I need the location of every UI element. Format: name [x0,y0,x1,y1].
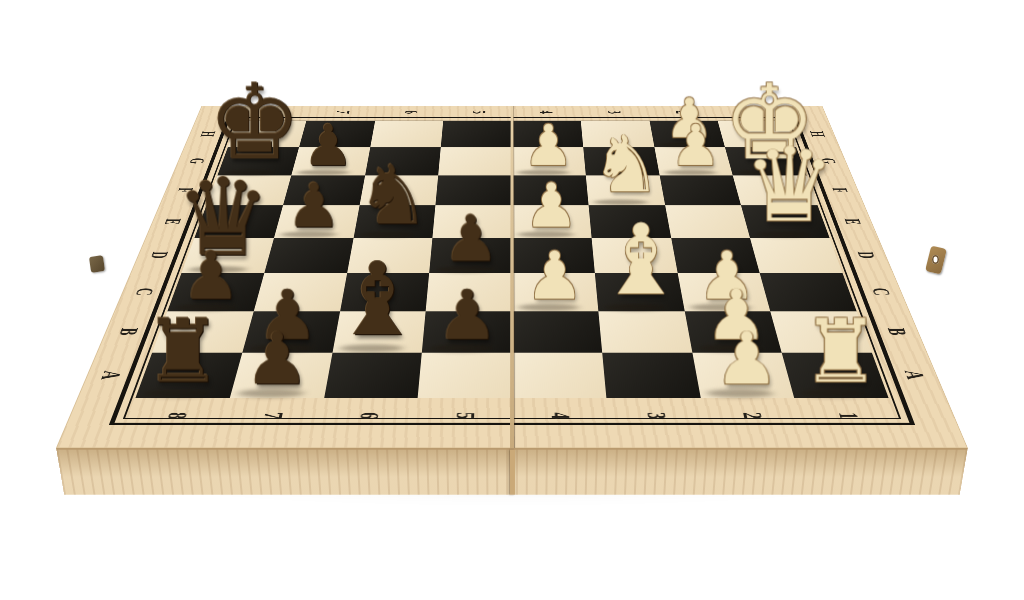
board-square-b8[interactable] [152,311,253,353]
coord-label-bottom-7: 7 [259,412,287,419]
board-square-e5[interactable] [433,205,512,237]
front-edge-seam [510,450,515,495]
board-square-d5[interactable] [429,238,512,273]
board-square-a3[interactable] [602,353,700,398]
board-square-c7[interactable] [254,273,347,311]
coord-label-bottom-8: 8 [163,412,191,419]
board-square-b2[interactable] [684,311,782,353]
board-square-b6[interactable] [332,311,426,353]
board-square-d4[interactable] [512,238,595,273]
board-square-c1[interactable] [760,273,857,311]
coord-label-bottom-4: 4 [547,412,573,419]
board-square-f2[interactable] [659,175,741,205]
coord-label-right-H: H [806,131,827,137]
coord-label-bottom-3: 3 [642,412,669,419]
board-square-e1[interactable] [741,205,829,237]
coord-label-left-H: H [197,131,218,137]
coord-label-top-3: 3 [604,110,623,113]
board-square-d1[interactable] [750,238,842,273]
board-square-g5[interactable] [438,147,512,175]
coord-label-top-8: 8 [265,110,285,113]
coord-label-right-B: B [883,328,910,336]
coord-label-bottom-1: 1 [833,412,861,419]
board-square-b5[interactable] [422,311,512,353]
board-square-g3[interactable] [583,147,659,175]
board-square-g8[interactable] [217,147,298,175]
board-square-e8[interactable] [194,205,282,237]
clasp-hole [932,255,939,264]
board-square-b3[interactable] [598,311,692,353]
board-square-f7[interactable] [283,175,365,205]
coord-label-right-E: E [840,218,864,224]
board-square-c3[interactable] [595,273,685,311]
board-square-b7[interactable] [242,311,340,353]
board-square-d8[interactable] [181,238,273,273]
hinge-icon [90,256,104,272]
coord-label-top-5: 5 [469,110,488,113]
board-square-c2[interactable] [677,273,770,311]
board-square-f1[interactable] [733,175,818,205]
coord-label-top-4: 4 [537,110,556,113]
chess-board: 8877665544332211HHGGFFEEDDCCBBAA ♚♛♜♝♞♟♟… [56,106,968,448]
board-square-f3[interactable] [586,175,665,205]
coord-label-right-C: C [867,288,893,296]
board-face: 8877665544332211HHGGFFEEDDCCBBAA [56,106,968,448]
board-square-h3[interactable] [581,121,654,147]
board-square-a6[interactable] [324,353,422,398]
board-square-f5[interactable] [436,175,512,205]
coord-label-top-2: 2 [672,110,691,113]
board-square-a2[interactable] [692,353,795,398]
clasp-icon[interactable] [928,247,944,273]
board-square-h5[interactable] [441,121,512,147]
board-square-c8[interactable] [167,273,264,311]
board-square-f6[interactable] [359,175,438,205]
board-square-h8[interactable] [228,121,306,147]
coord-label-left-B: B [114,328,141,336]
coord-label-left-E: E [160,218,184,224]
board-front-edge [56,448,968,495]
board-square-c5[interactable] [426,273,512,311]
coord-label-bottom-6: 6 [355,412,382,419]
coord-label-right-D: D [853,252,878,259]
board-square-c4[interactable] [512,273,598,311]
coord-label-top-6: 6 [401,110,420,113]
photo-stage: 8877665544332211HHGGFFEEDDCCBBAA ♚♛♜♝♞♟♟… [0,0,1024,600]
coord-label-right-G: G [817,158,839,164]
board-square-d7[interactable] [264,238,353,273]
board-square-b4[interactable] [512,311,602,353]
coord-label-right-F: F [828,188,851,193]
board-square-d3[interactable] [591,238,677,273]
board-square-e6[interactable] [353,205,435,237]
coord-label-left-F: F [173,188,196,193]
coord-label-left-G: G [185,158,207,164]
board-square-c6[interactable] [340,273,430,311]
board-square-h6[interactable] [370,121,443,147]
board-square-g1[interactable] [725,147,806,175]
board-square-h7[interactable] [299,121,375,147]
board-square-f4[interactable] [512,175,588,205]
coord-label-right-A: A [899,370,928,379]
coord-label-left-C: C [131,288,157,296]
board-square-e3[interactable] [588,205,670,237]
board-square-e4[interactable] [512,205,591,237]
coord-label-left-A: A [96,370,125,379]
board-square-d6[interactable] [347,238,433,273]
coord-label-left-D: D [146,252,171,259]
board-square-h1[interactable] [718,121,796,147]
board-square-h4[interactable] [512,121,583,147]
board-square-g7[interactable] [291,147,370,175]
coord-label-top-7: 7 [333,110,352,113]
board-square-a7[interactable] [230,353,333,398]
coord-label-top-1: 1 [740,110,760,113]
board-square-g2[interactable] [654,147,733,175]
board-square-a1[interactable] [782,353,889,398]
board-square-g4[interactable] [512,147,586,175]
fold-seam [510,106,514,448]
board-square-d2[interactable] [671,238,760,273]
board-square-e7[interactable] [274,205,359,237]
board-square-b1[interactable] [770,311,871,353]
board-square-a8[interactable] [135,353,242,398]
coord-label-bottom-2: 2 [738,412,766,419]
board-square-e2[interactable] [665,205,750,237]
coord-label-bottom-5: 5 [451,412,477,419]
board-square-g6[interactable] [365,147,441,175]
board-square-a4[interactable] [512,353,606,398]
board-square-h2[interactable] [649,121,725,147]
scene: 8877665544332211HHGGFFEEDDCCBBAA ♚♛♜♝♞♟♟… [0,0,1024,600]
board-square-a5[interactable] [418,353,512,398]
board-square-f8[interactable] [206,175,291,205]
